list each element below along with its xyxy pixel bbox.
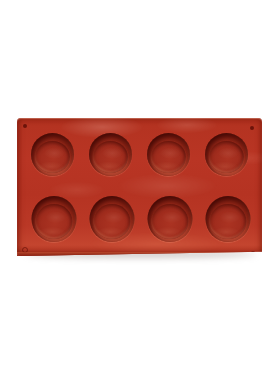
pit-r0c0[interactable] [31,133,74,176]
pit-floor [35,204,72,239]
pit-r1c1[interactable] [89,196,134,242]
pit-floor [151,141,186,173]
pit-floor [151,204,188,239]
pit-r0c1[interactable] [89,133,132,176]
pit-floor [209,204,246,239]
product-photo [0,0,280,373]
pit-r1c0[interactable] [31,196,76,242]
pit-r0c2[interactable] [147,133,190,176]
pit-grid [30,133,248,242]
corner-hole-top-left [23,124,27,128]
pit-r1c2[interactable] [147,196,192,242]
pit-r0c3[interactable] [205,133,248,176]
corner-hole-top-right [250,126,254,130]
pit-floor [93,204,130,239]
pit-floor [209,141,244,173]
pit-r1c3[interactable] [205,196,250,242]
corner-hole-bottom-left [22,247,28,253]
pit-floor [35,141,70,173]
board-tray [17,118,262,256]
pit-floor [93,141,128,173]
